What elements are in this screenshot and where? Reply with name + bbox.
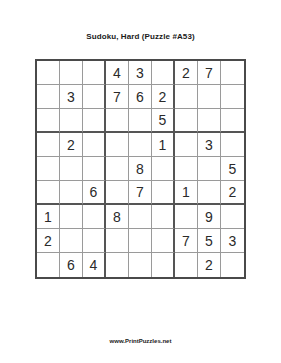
sudoku-cell-r8c3[interactable] [83, 229, 106, 253]
sudoku-cell-r4c3[interactable] [83, 133, 106, 157]
sudoku-cell-r5c3[interactable] [83, 157, 106, 181]
sudoku-cell-r6c4[interactable] [106, 181, 129, 205]
sudoku-cell-r3c6[interactable]: 5 [152, 109, 175, 133]
sudoku-cell-r7c9[interactable] [221, 205, 244, 229]
sudoku-cell-r4c5[interactable] [129, 133, 152, 157]
sudoku-cell-r1c5[interactable]: 3 [129, 61, 152, 85]
sudoku-cell-r9c6[interactable] [152, 253, 175, 277]
sudoku-cell-r2c4[interactable]: 7 [106, 85, 129, 109]
sudoku-cell-r8c8[interactable]: 5 [198, 229, 221, 253]
sudoku-cell-r1c7[interactable]: 2 [175, 61, 198, 85]
sudoku-cell-r9c7[interactable] [175, 253, 198, 277]
sudoku-cell-r3c9[interactable] [221, 109, 244, 133]
sudoku-cell-r2c1[interactable] [37, 85, 60, 109]
sudoku-cell-r8c1[interactable]: 2 [37, 229, 60, 253]
sudoku-cell-r1c1[interactable] [37, 61, 60, 85]
sudoku-cell-r4c2[interactable]: 2 [60, 133, 83, 157]
sudoku-cell-r3c7[interactable] [175, 109, 198, 133]
sudoku-cell-r5c9[interactable]: 5 [221, 157, 244, 181]
sudoku-cell-r3c4[interactable] [106, 109, 129, 133]
sudoku-cell-r3c1[interactable] [37, 109, 60, 133]
page: Sudoku, Hard (Puzzle #A53) 4327376252138… [0, 0, 281, 363]
sudoku-cell-r9c4[interactable] [106, 253, 129, 277]
puzzle-title: Sudoku, Hard (Puzzle #A53) [0, 32, 281, 41]
sudoku-cell-r9c9[interactable] [221, 253, 244, 277]
sudoku-cell-r1c3[interactable] [83, 61, 106, 85]
sudoku-cell-r2c6[interactable]: 2 [152, 85, 175, 109]
sudoku-cell-r6c2[interactable] [60, 181, 83, 205]
sudoku-cell-r7c5[interactable] [129, 205, 152, 229]
sudoku-cell-r9c1[interactable] [37, 253, 60, 277]
sudoku-cell-r7c3[interactable] [83, 205, 106, 229]
sudoku-cell-r4c4[interactable] [106, 133, 129, 157]
sudoku-cell-r7c4[interactable]: 8 [106, 205, 129, 229]
sudoku-cell-r1c2[interactable] [60, 61, 83, 85]
sudoku-cell-r7c7[interactable] [175, 205, 198, 229]
sudoku-cell-r5c4[interactable] [106, 157, 129, 181]
sudoku-cell-r1c6[interactable] [152, 61, 175, 85]
sudoku-cell-r3c2[interactable] [60, 109, 83, 133]
sudoku-cell-r9c8[interactable]: 2 [198, 253, 221, 277]
sudoku-cell-r2c2[interactable]: 3 [60, 85, 83, 109]
sudoku-cell-r3c8[interactable] [198, 109, 221, 133]
sudoku-cell-r2c5[interactable]: 6 [129, 85, 152, 109]
sudoku-cell-r5c2[interactable] [60, 157, 83, 181]
sudoku-cell-r2c9[interactable] [221, 85, 244, 109]
sudoku-cell-r7c8[interactable]: 9 [198, 205, 221, 229]
sudoku-cell-r6c9[interactable]: 2 [221, 181, 244, 205]
sudoku-cell-r6c6[interactable] [152, 181, 175, 205]
sudoku-cell-r1c4[interactable]: 4 [106, 61, 129, 85]
sudoku-cell-r3c5[interactable] [129, 109, 152, 133]
sudoku-cell-r8c6[interactable] [152, 229, 175, 253]
sudoku-cell-r5c7[interactable] [175, 157, 198, 181]
sudoku-cell-r9c5[interactable] [129, 253, 152, 277]
sudoku-grid: 4327376252138567121892753642 [35, 59, 246, 279]
sudoku-cell-r4c9[interactable] [221, 133, 244, 157]
sudoku-cell-r1c9[interactable] [221, 61, 244, 85]
sudoku-cell-r4c7[interactable] [175, 133, 198, 157]
sudoku-cell-r7c1[interactable]: 1 [37, 205, 60, 229]
sudoku-cell-r5c8[interactable] [198, 157, 221, 181]
sudoku-cell-r5c1[interactable] [37, 157, 60, 181]
sudoku-cell-r6c3[interactable]: 6 [83, 181, 106, 205]
sudoku-cell-r9c2[interactable]: 6 [60, 253, 83, 277]
sudoku-cell-r8c7[interactable]: 7 [175, 229, 198, 253]
sudoku-cell-r1c8[interactable]: 7 [198, 61, 221, 85]
sudoku-cell-r4c6[interactable]: 1 [152, 133, 175, 157]
sudoku-cell-r8c9[interactable]: 3 [221, 229, 244, 253]
sudoku-cell-r8c2[interactable] [60, 229, 83, 253]
sudoku-cell-r4c1[interactable] [37, 133, 60, 157]
sudoku-cell-r6c7[interactable]: 1 [175, 181, 198, 205]
sudoku-cell-r2c8[interactable] [198, 85, 221, 109]
sudoku-cell-r3c3[interactable] [83, 109, 106, 133]
sudoku-cell-r6c5[interactable]: 7 [129, 181, 152, 205]
sudoku-cell-r7c2[interactable] [60, 205, 83, 229]
sudoku-cell-r6c1[interactable] [37, 181, 60, 205]
sudoku-cell-r5c5[interactable]: 8 [129, 157, 152, 181]
sudoku-cell-r8c5[interactable] [129, 229, 152, 253]
sudoku-cell-r5c6[interactable] [152, 157, 175, 181]
footer-url: www.PrintPuzzles.net [0, 338, 281, 344]
sudoku-cell-r2c7[interactable] [175, 85, 198, 109]
sudoku-cell-r2c3[interactable] [83, 85, 106, 109]
sudoku-cell-r7c6[interactable] [152, 205, 175, 229]
sudoku-cell-r4c8[interactable]: 3 [198, 133, 221, 157]
sudoku-cell-r8c4[interactable] [106, 229, 129, 253]
sudoku-cell-r6c8[interactable] [198, 181, 221, 205]
sudoku-cell-r9c3[interactable]: 4 [83, 253, 106, 277]
